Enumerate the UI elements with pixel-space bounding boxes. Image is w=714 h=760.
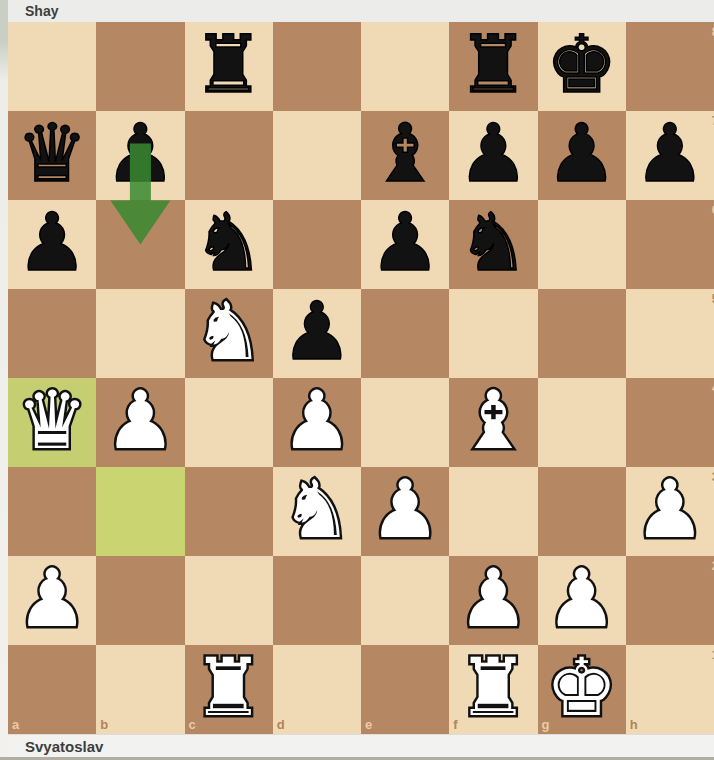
square-f3[interactable]: [449, 467, 537, 556]
black-pawn[interactable]: ♟: [626, 111, 714, 200]
square-h7[interactable]: ♟7: [626, 111, 714, 200]
square-a4[interactable]: ♛♛: [8, 378, 96, 467]
square-a6[interactable]: ♟: [8, 200, 96, 289]
piece-glyph: ♜: [449, 24, 537, 104]
player-name-top: Shay: [25, 3, 58, 19]
white-bishop[interactable]: ♝♝: [449, 378, 537, 467]
square-f4[interactable]: ♝♝: [449, 378, 537, 467]
square-e7[interactable]: ♝: [361, 111, 449, 200]
black-knight[interactable]: ♞: [449, 200, 537, 289]
square-d3[interactable]: ♞♞: [273, 467, 361, 556]
white-pawn[interactable]: ♟♟: [449, 556, 537, 645]
white-pawn[interactable]: ♟♟: [361, 467, 449, 556]
piece-glyph: ♞: [273, 469, 361, 549]
square-b4[interactable]: ♟♟: [96, 378, 184, 467]
square-a3[interactable]: [8, 467, 96, 556]
square-f2[interactable]: ♟♟: [449, 556, 537, 645]
white-rook[interactable]: ♜♜: [185, 645, 273, 734]
piece-glyph: ♟: [273, 380, 361, 460]
square-c6[interactable]: ♞: [185, 200, 273, 289]
square-c2[interactable]: [185, 556, 273, 645]
piece-glyph: ♝: [449, 380, 537, 460]
square-d1[interactable]: d: [273, 645, 361, 734]
black-pawn[interactable]: ♟: [538, 111, 626, 200]
black-pawn[interactable]: ♟: [449, 111, 537, 200]
black-rook[interactable]: ♜: [449, 22, 537, 111]
square-f1[interactable]: ♜♜f: [449, 645, 537, 734]
square-d2[interactable]: [273, 556, 361, 645]
square-c5[interactable]: ♞♞: [185, 289, 273, 378]
black-rook[interactable]: ♜: [185, 22, 273, 111]
white-pawn[interactable]: ♟♟: [96, 378, 184, 467]
piece-glyph: ♜: [185, 24, 273, 104]
square-h4[interactable]: 4: [626, 378, 714, 467]
white-pawn[interactable]: ♟♟: [273, 378, 361, 467]
square-b2[interactable]: [96, 556, 184, 645]
piece-glyph: ♞: [185, 202, 273, 282]
file-label-d: d: [277, 717, 285, 732]
piece-glyph: ♟: [626, 469, 714, 549]
player-name-bottom: Svyatoslav: [25, 738, 103, 755]
square-d8[interactable]: [273, 22, 361, 111]
black-queen[interactable]: ♛: [8, 111, 96, 200]
file-label-a: a: [12, 717, 19, 732]
piece-glyph: ♟: [361, 469, 449, 549]
white-rook[interactable]: ♜♜: [449, 645, 537, 734]
piece-glyph: ♟: [361, 202, 449, 282]
file-label-e: e: [365, 717, 372, 732]
black-pawn[interactable]: ♟: [273, 289, 361, 378]
square-b8[interactable]: [96, 22, 184, 111]
square-f6[interactable]: ♞: [449, 200, 537, 289]
square-d4[interactable]: ♟♟: [273, 378, 361, 467]
piece-glyph: ♜: [185, 647, 273, 727]
white-pawn[interactable]: ♟♟: [8, 556, 96, 645]
square-b6[interactable]: [96, 200, 184, 289]
piece-glyph: ♚: [538, 647, 626, 727]
square-g4[interactable]: [538, 378, 626, 467]
black-pawn[interactable]: ♟: [8, 200, 96, 289]
white-queen[interactable]: ♛♛: [8, 378, 96, 467]
square-g8[interactable]: ♚: [538, 22, 626, 111]
square-a5[interactable]: [8, 289, 96, 378]
piece-glyph: ♟: [538, 113, 626, 193]
square-g1[interactable]: ♚♚g: [538, 645, 626, 734]
square-b7[interactable]: ♟: [96, 111, 184, 200]
player-bar-bottom: Svyatoslav: [8, 734, 714, 758]
square-h6[interactable]: 6: [626, 200, 714, 289]
piece-glyph: ♟: [449, 113, 537, 193]
piece-glyph: ♟: [449, 558, 537, 638]
white-king[interactable]: ♚♚: [538, 645, 626, 734]
square-h5[interactable]: 5: [626, 289, 714, 378]
square-a7[interactable]: ♛: [8, 111, 96, 200]
square-g2[interactable]: ♟♟: [538, 556, 626, 645]
square-c1[interactable]: ♜♜c: [185, 645, 273, 734]
square-b3[interactable]: [96, 467, 184, 556]
square-e1[interactable]: e: [361, 645, 449, 734]
piece-glyph: ♞: [449, 202, 537, 282]
piece-glyph: ♟: [96, 113, 184, 193]
square-g6[interactable]: [538, 200, 626, 289]
piece-glyph: ♛: [8, 380, 96, 460]
black-king[interactable]: ♚: [538, 22, 626, 111]
square-e4[interactable]: [361, 378, 449, 467]
square-d5[interactable]: ♟: [273, 289, 361, 378]
square-a2[interactable]: ♟♟: [8, 556, 96, 645]
square-e2[interactable]: [361, 556, 449, 645]
square-f5[interactable]: [449, 289, 537, 378]
piece-glyph: ♟: [8, 558, 96, 638]
square-a8[interactable]: [8, 22, 96, 111]
square-g5[interactable]: [538, 289, 626, 378]
square-c4[interactable]: [185, 378, 273, 467]
square-f7[interactable]: ♟: [449, 111, 537, 200]
white-knight[interactable]: ♞♞: [185, 289, 273, 378]
piece-glyph: ♟: [626, 113, 714, 193]
white-pawn[interactable]: ♟♟: [626, 467, 714, 556]
page: Shay ♜♜♚8♛♟♝♟♟♟7♟♞♟♞6♞♞♟5♛♛♟♟♟♟♝♝4♞♞♟♟♟♟…: [0, 0, 714, 760]
file-label-b: b: [100, 717, 108, 732]
square-d7[interactable]: [273, 111, 361, 200]
piece-glyph: ♝: [361, 113, 449, 193]
square-a1[interactable]: a: [8, 645, 96, 734]
square-h8[interactable]: 8: [626, 22, 714, 111]
piece-glyph: ♟: [96, 380, 184, 460]
square-b1[interactable]: b: [96, 645, 184, 734]
square-f8[interactable]: ♜: [449, 22, 537, 111]
black-bishop[interactable]: ♝: [361, 111, 449, 200]
black-pawn[interactable]: ♟: [96, 111, 184, 200]
square-h3[interactable]: ♟♟3: [626, 467, 714, 556]
piece-glyph: ♟: [8, 202, 96, 282]
piece-glyph: ♜: [449, 647, 537, 727]
square-g3[interactable]: [538, 467, 626, 556]
black-knight[interactable]: ♞: [185, 200, 273, 289]
square-e8[interactable]: [361, 22, 449, 111]
square-b5[interactable]: [96, 289, 184, 378]
black-pawn[interactable]: ♟: [361, 200, 449, 289]
square-h2[interactable]: 2: [626, 556, 714, 645]
piece-glyph: ♚: [538, 24, 626, 104]
square-e5[interactable]: [361, 289, 449, 378]
piece-glyph: ♟: [273, 291, 361, 371]
piece-glyph: ♛: [8, 113, 96, 193]
piece-glyph: ♟: [538, 558, 626, 638]
page-background-strip: [0, 0, 8, 760]
square-e6[interactable]: ♟: [361, 200, 449, 289]
square-d6[interactable]: [273, 200, 361, 289]
white-pawn[interactable]: ♟♟: [538, 556, 626, 645]
white-knight[interactable]: ♞♞: [273, 467, 361, 556]
chess-board[interactable]: ♜♜♚8♛♟♝♟♟♟7♟♞♟♞6♞♞♟5♛♛♟♟♟♟♝♝4♞♞♟♟♟♟3♟♟♟♟…: [8, 22, 714, 734]
square-c3[interactable]: [185, 467, 273, 556]
file-label-h: h: [630, 717, 638, 732]
square-c7[interactable]: [185, 111, 273, 200]
square-g7[interactable]: ♟: [538, 111, 626, 200]
piece-glyph: ♞: [185, 291, 273, 371]
square-e3[interactable]: ♟♟: [361, 467, 449, 556]
square-c8[interactable]: ♜: [185, 22, 273, 111]
square-h1[interactable]: h1: [626, 645, 714, 734]
